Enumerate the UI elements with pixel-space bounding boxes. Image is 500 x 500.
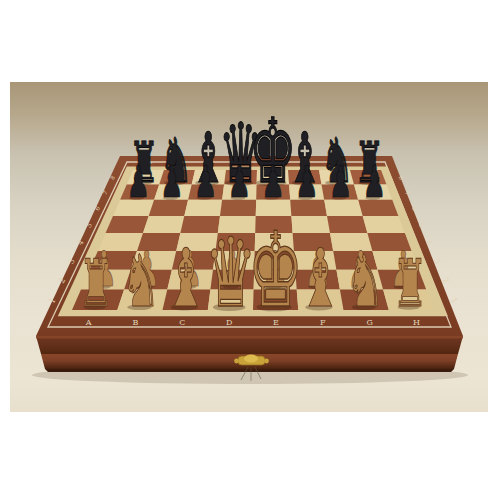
box-front-face xyxy=(36,336,463,354)
product-photo-canvas: ABCDEFGHABCDEFGH8877665544332211♜♞♝♛♚♝♞♜… xyxy=(0,0,500,500)
piece-black-pawn-e7: ♟ xyxy=(261,156,285,208)
piece-white-knight-g1: ♞ xyxy=(346,240,385,324)
piece-black-pawn-d7: ♟ xyxy=(228,156,252,208)
brass-latch-knob-left xyxy=(234,359,239,364)
box-top-lip xyxy=(36,336,463,339)
piece-white-king-e1: ♚ xyxy=(248,210,304,330)
box-base-edge xyxy=(45,369,454,372)
piece-black-pawn-h7: ♟ xyxy=(362,156,386,208)
chess-board: ABCDEFGHABCDEFGH8877665544332211♜♞♝♛♚♝♞♜… xyxy=(10,82,488,412)
square-a5 xyxy=(106,216,149,233)
piece-white-bishop-f1: ♝ xyxy=(299,231,342,326)
square-h5 xyxy=(363,216,405,233)
piece-black-pawn-a7: ♟ xyxy=(126,156,150,208)
piece-black-pawn-b7: ♟ xyxy=(160,156,184,208)
piece-black-pawn-g7: ♟ xyxy=(329,156,353,208)
piece-white-knight-b1: ♞ xyxy=(122,240,161,324)
piece-white-rook-a1: ♜ xyxy=(79,246,114,322)
piece-white-bishop-c1: ♝ xyxy=(164,231,207,326)
brass-latch-knob-right xyxy=(264,359,269,364)
piece-white-rook-h1: ♜ xyxy=(393,246,428,322)
coord-rank-right-1: 1 xyxy=(449,296,460,306)
brass-latch-dome xyxy=(244,355,258,363)
piece-black-pawn-f7: ♟ xyxy=(295,156,319,208)
piece-black-pawn-c7: ♟ xyxy=(194,156,218,208)
photo-area: ABCDEFGHABCDEFGH8877665544332211♜♞♝♛♚♝♞♜… xyxy=(10,82,488,412)
